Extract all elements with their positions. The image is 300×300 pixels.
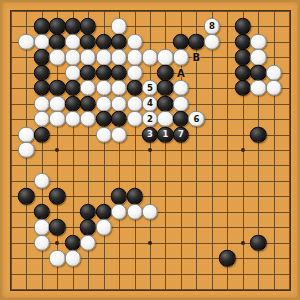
stone-black[interactable] [126,188,142,204]
stone-black[interactable] [64,80,80,96]
stone-white[interactable] [157,49,173,65]
stone-black[interactable] [235,64,251,80]
star-point [55,241,59,245]
stone-white[interactable] [64,49,80,65]
stone-white[interactable] [33,235,49,251]
stone-white[interactable] [126,111,142,127]
stone-white[interactable] [80,111,96,127]
grid-line-horizontal [11,181,291,182]
stone-white[interactable] [95,219,111,235]
stone-white[interactable] [111,126,127,142]
stone-white[interactable] [64,111,80,127]
stone-black-move-3[interactable]: 3 [142,126,158,142]
stone-black[interactable] [235,49,251,65]
stone-black[interactable] [33,64,49,80]
stone-black[interactable] [80,204,96,220]
stone-black[interactable] [49,33,65,49]
stone-white[interactable] [33,173,49,189]
stone-black[interactable] [33,18,49,34]
grid-line-horizontal [11,274,291,275]
stone-white-move-8[interactable]: 8 [204,18,220,34]
stone-white-move-4[interactable]: 4 [142,95,158,111]
stone-white[interactable] [80,80,96,96]
grid-line-horizontal [11,289,291,290]
grid-line-vertical [227,11,228,291]
stone-white[interactable] [111,95,127,111]
stone-white[interactable] [49,49,65,65]
stone-black[interactable] [80,18,96,34]
stone-black[interactable] [33,126,49,142]
stone-white[interactable] [126,204,142,220]
stone-white[interactable] [64,64,80,80]
star-point [148,148,152,152]
stone-white[interactable] [33,219,49,235]
stone-black-move-1[interactable]: 1 [157,126,173,142]
stone-black[interactable] [64,95,80,111]
stone-black[interactable] [250,235,266,251]
stone-white[interactable] [204,33,220,49]
stone-white[interactable] [95,126,111,142]
stone-white[interactable] [95,49,111,65]
stone-black[interactable] [173,111,189,127]
stone-white[interactable] [64,33,80,49]
star-point [55,148,59,152]
stone-white[interactable] [157,111,173,127]
stone-black[interactable] [95,111,111,127]
stone-black[interactable] [111,111,127,127]
stone-black[interactable] [80,95,96,111]
stone-white[interactable] [49,250,65,266]
stone-black[interactable] [49,219,65,235]
stone-black[interactable] [18,188,34,204]
stone-white[interactable] [33,95,49,111]
stone-white[interactable] [142,204,158,220]
stone-white[interactable] [126,49,142,65]
stone-white[interactable] [250,49,266,65]
stone-black[interactable] [188,33,204,49]
stone-white[interactable] [49,95,65,111]
stone-black[interactable] [95,204,111,220]
stone-white[interactable] [266,80,282,96]
grid-line-vertical [289,11,290,291]
point-label-B: B [193,52,201,63]
stone-black[interactable] [49,18,65,34]
stone-white[interactable] [111,49,127,65]
star-point [148,241,152,245]
stone-black[interactable] [49,188,65,204]
stone-black[interactable] [33,80,49,96]
stone-white[interactable] [111,80,127,96]
stone-black[interactable] [173,33,189,49]
stone-white-move-5[interactable]: 5 [142,80,158,96]
stone-white[interactable] [173,80,189,96]
stone-black[interactable] [111,64,127,80]
stone-white[interactable] [49,111,65,127]
stone-white[interactable] [18,126,34,142]
stone-black[interactable] [111,33,127,49]
stone-black[interactable] [64,235,80,251]
stone-white[interactable] [266,64,282,80]
stone-white[interactable] [126,64,142,80]
stone-white[interactable] [80,235,96,251]
stone-black[interactable] [33,204,49,220]
stone-black[interactable] [111,188,127,204]
stone-white[interactable] [111,204,127,220]
stone-white[interactable] [18,142,34,158]
grid-line-vertical [274,11,275,291]
stone-white-move-2[interactable]: 2 [142,111,158,127]
stone-white[interactable] [64,250,80,266]
stone-white[interactable] [33,111,49,127]
stone-white[interactable] [111,18,127,34]
stone-white[interactable] [173,49,189,65]
stone-black[interactable] [80,64,96,80]
stone-white[interactable] [250,80,266,96]
stone-black[interactable] [235,33,251,49]
stone-white[interactable] [80,49,96,65]
stone-white[interactable] [95,95,111,111]
stone-black[interactable] [157,80,173,96]
go-board[interactable]: 85426317AB [0,0,300,300]
stone-white[interactable] [126,95,142,111]
stone-white[interactable] [142,49,158,65]
stone-black-move-7[interactable]: 7 [173,126,189,142]
stone-black[interactable] [95,33,111,49]
stone-black[interactable] [235,18,251,34]
stone-black[interactable] [49,80,65,96]
stone-black[interactable] [250,126,266,142]
point-label-A: A [177,67,185,78]
star-point [241,148,245,152]
stone-black[interactable] [95,64,111,80]
stone-white[interactable] [173,95,189,111]
star-point [241,241,245,245]
stone-white[interactable] [18,33,34,49]
stone-black[interactable] [250,64,266,80]
stone-black[interactable] [64,18,80,34]
stone-black[interactable] [80,219,96,235]
stone-black[interactable] [219,250,235,266]
stone-black[interactable] [126,80,142,96]
stone-white[interactable] [126,33,142,49]
stone-black[interactable] [157,95,173,111]
stone-white-move-6[interactable]: 6 [188,111,204,127]
stone-black[interactable] [235,80,251,96]
grid-line-vertical [212,11,213,291]
stone-white[interactable] [250,33,266,49]
stone-black[interactable] [80,33,96,49]
grid-line-horizontal [11,165,291,166]
stone-white[interactable] [95,80,111,96]
stone-white[interactable] [33,33,49,49]
stone-black[interactable] [157,64,173,80]
stone-black[interactable] [33,49,49,65]
